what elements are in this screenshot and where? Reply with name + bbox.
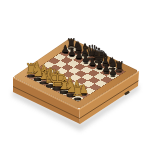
chess-set-product-photo: ♜♞♝♛♚♝♞♜♟♟♟♟♟♟♟♟♟♟♟♟♟♟♟♟♜♞♝♛♚♝♞♜ — [0, 0, 150, 150]
